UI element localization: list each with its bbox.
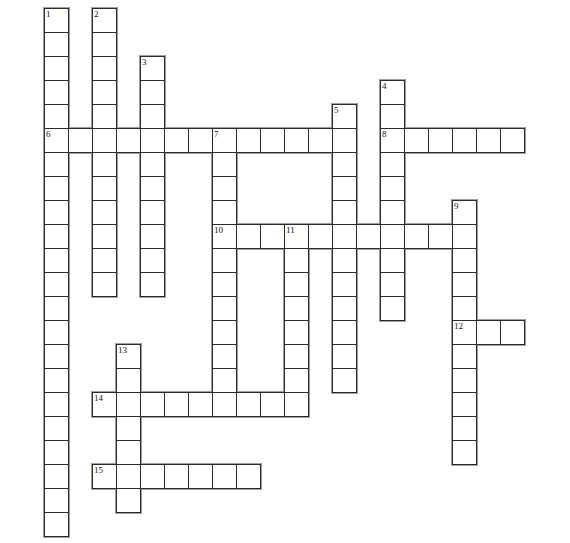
grid-cell[interactable]: [140, 392, 165, 417]
grid-cell[interactable]: [332, 248, 357, 273]
grid-cell[interactable]: [212, 464, 237, 489]
grid-cell[interactable]: [44, 80, 69, 105]
grid-cell[interactable]: [44, 296, 69, 321]
grid-cell[interactable]: [260, 128, 285, 153]
grid-cell[interactable]: [92, 8, 117, 33]
grid-cell[interactable]: [44, 248, 69, 273]
grid-cell[interactable]: [404, 128, 429, 153]
grid-cell[interactable]: [380, 272, 405, 297]
grid-cell[interactable]: [308, 224, 333, 249]
grid-cell[interactable]: [380, 80, 405, 105]
grid-cell[interactable]: [212, 296, 237, 321]
grid-cell[interactable]: [44, 416, 69, 441]
grid-cell[interactable]: [44, 440, 69, 465]
grid-cell[interactable]: [140, 224, 165, 249]
grid-cell[interactable]: [332, 296, 357, 321]
grid-cell[interactable]: [44, 512, 69, 537]
grid-cell[interactable]: [332, 344, 357, 369]
grid-cell[interactable]: [116, 344, 141, 369]
grid-cell[interactable]: [284, 320, 309, 345]
grid-cell[interactable]: [284, 368, 309, 393]
grid-cell[interactable]: [164, 464, 189, 489]
grid-cell[interactable]: [452, 128, 477, 153]
grid-cell[interactable]: [212, 176, 237, 201]
grid-cell[interactable]: [44, 176, 69, 201]
grid-cell[interactable]: [140, 80, 165, 105]
grid-cell[interactable]: [332, 152, 357, 177]
grid-cell[interactable]: [380, 128, 405, 153]
grid-cell[interactable]: [44, 200, 69, 225]
grid-cell[interactable]: [404, 224, 429, 249]
grid-cell[interactable]: [356, 224, 381, 249]
grid-cell[interactable]: [44, 272, 69, 297]
grid-cell[interactable]: [212, 368, 237, 393]
grid-cell[interactable]: [44, 224, 69, 249]
grid-cell[interactable]: [308, 128, 333, 153]
grid-cell[interactable]: [140, 104, 165, 129]
grid-cell[interactable]: [332, 368, 357, 393]
grid-cell[interactable]: [188, 128, 213, 153]
grid-cell[interactable]: [164, 392, 189, 417]
grid-cell[interactable]: [92, 104, 117, 129]
grid-cell[interactable]: [284, 392, 309, 417]
grid-cell[interactable]: [92, 56, 117, 81]
grid-cell[interactable]: [380, 248, 405, 273]
grid-cell[interactable]: [116, 392, 141, 417]
grid-cell[interactable]: [476, 320, 501, 345]
grid-cell[interactable]: [284, 296, 309, 321]
grid-cell[interactable]: [452, 440, 477, 465]
grid-cell[interactable]: [452, 344, 477, 369]
grid-cell[interactable]: [68, 128, 93, 153]
grid-cell[interactable]: [44, 32, 69, 57]
grid-cell[interactable]: [476, 128, 501, 153]
grid-cell[interactable]: [212, 248, 237, 273]
grid-cell[interactable]: [212, 392, 237, 417]
grid-cell[interactable]: [212, 320, 237, 345]
grid-cell[interactable]: [428, 128, 453, 153]
grid-cell[interactable]: [212, 200, 237, 225]
grid-cell[interactable]: [140, 176, 165, 201]
grid-cell[interactable]: [452, 368, 477, 393]
grid-cell[interactable]: [188, 464, 213, 489]
grid-cell[interactable]: [284, 272, 309, 297]
grid-cell[interactable]: [452, 272, 477, 297]
grid-cell[interactable]: [92, 392, 117, 417]
grid-cell[interactable]: [44, 392, 69, 417]
grid-cell[interactable]: [236, 464, 261, 489]
grid-cell[interactable]: [212, 344, 237, 369]
grid-cell[interactable]: [44, 488, 69, 513]
grid-cell[interactable]: [140, 152, 165, 177]
grid-cell[interactable]: [92, 80, 117, 105]
grid-cell[interactable]: [116, 416, 141, 441]
grid-cell[interactable]: [92, 200, 117, 225]
crossword-board: 123456789101112131415: [0, 0, 570, 543]
grid-cell[interactable]: [284, 128, 309, 153]
grid-cell[interactable]: [140, 272, 165, 297]
grid-cell[interactable]: [212, 224, 237, 249]
grid-cell[interactable]: [284, 224, 309, 249]
grid-cell[interactable]: [92, 176, 117, 201]
grid-cell[interactable]: [428, 224, 453, 249]
grid-cell[interactable]: [452, 200, 477, 225]
grid-cell[interactable]: [380, 176, 405, 201]
grid-cell[interactable]: [116, 440, 141, 465]
grid-cell[interactable]: [380, 104, 405, 129]
grid-cell[interactable]: [212, 152, 237, 177]
grid-cell[interactable]: [332, 104, 357, 129]
grid-cell[interactable]: [44, 464, 69, 489]
grid-cell[interactable]: [140, 464, 165, 489]
grid-cell[interactable]: [212, 272, 237, 297]
grid-cell[interactable]: [332, 320, 357, 345]
grid-cell[interactable]: [92, 248, 117, 273]
grid-cell[interactable]: [140, 56, 165, 81]
grid-cell[interactable]: [44, 344, 69, 369]
grid-cell[interactable]: [500, 128, 525, 153]
grid-cell[interactable]: [284, 248, 309, 273]
grid-cell[interactable]: [188, 392, 213, 417]
grid-cell[interactable]: [116, 488, 141, 513]
grid-cell[interactable]: [380, 224, 405, 249]
grid-cell[interactable]: [116, 464, 141, 489]
grid-cell[interactable]: [452, 320, 477, 345]
grid-cell[interactable]: [92, 224, 117, 249]
grid-cell[interactable]: [212, 128, 237, 153]
grid-cell[interactable]: [236, 392, 261, 417]
grid-cell[interactable]: [92, 32, 117, 57]
grid-cell[interactable]: [140, 128, 165, 153]
grid-cell[interactable]: [236, 224, 261, 249]
grid-cell[interactable]: [44, 8, 69, 33]
grid-cell[interactable]: [380, 200, 405, 225]
grid-cell[interactable]: [44, 56, 69, 81]
grid-cell[interactable]: [452, 248, 477, 273]
grid-cell[interactable]: [92, 464, 117, 489]
grid-cell[interactable]: [140, 200, 165, 225]
grid-cell[interactable]: [116, 128, 141, 153]
grid-cell[interactable]: [452, 416, 477, 441]
grid-cell[interactable]: [92, 272, 117, 297]
grid-cell[interactable]: [380, 296, 405, 321]
grid-cell[interactable]: [236, 128, 261, 153]
grid-cell[interactable]: [44, 320, 69, 345]
grid-cell[interactable]: [44, 104, 69, 129]
grid-cell[interactable]: [164, 128, 189, 153]
grid-cell[interactable]: [332, 128, 357, 153]
grid-cell[interactable]: [284, 344, 309, 369]
grid-cell[interactable]: [116, 368, 141, 393]
grid-cell[interactable]: [92, 152, 117, 177]
grid-cell[interactable]: [92, 128, 117, 153]
grid-cell[interactable]: [332, 224, 357, 249]
grid-cell[interactable]: [452, 392, 477, 417]
grid-cell[interactable]: [44, 152, 69, 177]
grid-cell[interactable]: [380, 152, 405, 177]
grid-cell[interactable]: [44, 128, 69, 153]
grid-cell[interactable]: [260, 392, 285, 417]
grid-cell[interactable]: [332, 200, 357, 225]
grid-cell[interactable]: [500, 320, 525, 345]
grid-cell[interactable]: [332, 272, 357, 297]
grid-cell[interactable]: [44, 368, 69, 393]
grid-cell[interactable]: [332, 176, 357, 201]
grid-cell[interactable]: [140, 248, 165, 273]
grid-cell[interactable]: [452, 224, 477, 249]
grid-cell[interactable]: [452, 296, 477, 321]
grid-cell[interactable]: [260, 224, 285, 249]
